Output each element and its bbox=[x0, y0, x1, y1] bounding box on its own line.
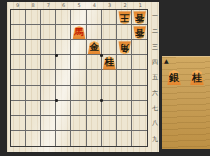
board-square-3三[interactable] bbox=[102, 40, 117, 55]
board-square-9九[interactable] bbox=[11, 131, 26, 146]
rank-labels: 一二三四五六七八九 bbox=[151, 9, 159, 147]
board-square-5七[interactable] bbox=[71, 101, 86, 116]
hoshi-dot bbox=[100, 99, 103, 102]
board-square-9六[interactable] bbox=[11, 86, 26, 101]
board-square-2七[interactable] bbox=[117, 101, 132, 116]
rank-label: 五 bbox=[151, 70, 159, 85]
board-square-3七[interactable] bbox=[102, 101, 117, 116]
board-square-8三[interactable] bbox=[26, 40, 41, 55]
board-square-2八[interactable] bbox=[117, 116, 132, 131]
board-square-9八[interactable] bbox=[11, 116, 26, 131]
board-square-8八[interactable] bbox=[26, 116, 41, 131]
board-square-8二[interactable] bbox=[26, 25, 41, 40]
board-square-8一[interactable] bbox=[26, 10, 41, 25]
rank-label: 九 bbox=[151, 132, 159, 147]
board-square-4四[interactable] bbox=[87, 55, 102, 70]
board-square-1六[interactable] bbox=[132, 86, 147, 101]
rank-label: 四 bbox=[151, 55, 159, 70]
board-square-8九[interactable] bbox=[26, 131, 41, 146]
board-square-1三[interactable] bbox=[132, 40, 147, 55]
board-square-6二[interactable] bbox=[56, 25, 71, 40]
board-square-6一[interactable] bbox=[56, 10, 71, 25]
board-square-3一[interactable] bbox=[102, 10, 117, 25]
file-label: 1 bbox=[133, 2, 148, 9]
board-square-9二[interactable] bbox=[11, 25, 26, 40]
hand-piece-桂[interactable]: 桂 bbox=[190, 70, 204, 85]
board-square-6四[interactable] bbox=[56, 55, 71, 70]
file-label: 6 bbox=[56, 2, 71, 9]
board-square-7二[interactable] bbox=[41, 25, 56, 40]
board-square-5一[interactable] bbox=[71, 10, 86, 25]
board-square-8五[interactable] bbox=[26, 70, 41, 85]
board-square-8四[interactable] bbox=[26, 55, 41, 70]
rank-label: 八 bbox=[151, 116, 159, 131]
board-square-2五[interactable] bbox=[117, 70, 132, 85]
board-square-9四[interactable] bbox=[11, 55, 26, 70]
board-square-6七[interactable] bbox=[56, 101, 71, 116]
board-square-5九[interactable] bbox=[71, 131, 86, 146]
board-square-3八[interactable] bbox=[102, 116, 117, 131]
board-square-5四[interactable] bbox=[71, 55, 86, 70]
rank-label: 三 bbox=[151, 40, 159, 55]
board-square-5五[interactable] bbox=[71, 70, 86, 85]
file-label: 9 bbox=[10, 2, 25, 9]
board-square-7四[interactable] bbox=[41, 55, 56, 70]
board-square-1四[interactable] bbox=[132, 55, 147, 70]
board-square-4一[interactable] bbox=[87, 10, 102, 25]
board-square-4七[interactable] bbox=[87, 101, 102, 116]
board-square-6八[interactable] bbox=[56, 116, 71, 131]
shogi-app: { "game": "shogi", "position": { "sfen":… bbox=[0, 0, 210, 156]
rank-label: 一 bbox=[151, 9, 159, 24]
board-square-9七[interactable] bbox=[11, 101, 26, 116]
board-square-9三[interactable] bbox=[11, 40, 26, 55]
file-label: 7 bbox=[41, 2, 56, 9]
board-square-3五[interactable] bbox=[102, 70, 117, 85]
file-labels: 987654321 bbox=[10, 2, 148, 9]
board-square-7七[interactable] bbox=[41, 101, 56, 116]
board-square-6三[interactable] bbox=[56, 40, 71, 55]
rank-label: 二 bbox=[151, 24, 159, 39]
board-square-1七[interactable] bbox=[132, 101, 147, 116]
rank-label: 六 bbox=[151, 86, 159, 101]
board-square-5六[interactable] bbox=[71, 86, 86, 101]
board-square-6九[interactable] bbox=[56, 131, 71, 146]
board-square-2四[interactable] bbox=[117, 55, 132, 70]
hand-piece-銀[interactable]: 銀 bbox=[167, 70, 181, 85]
board-square-6六[interactable] bbox=[56, 86, 71, 101]
board-square-3六[interactable] bbox=[102, 86, 117, 101]
file-label: 2 bbox=[117, 2, 132, 9]
file-label: 3 bbox=[102, 2, 117, 9]
board-square-7九[interactable] bbox=[41, 131, 56, 146]
board-square-2九[interactable] bbox=[117, 131, 132, 146]
board-square-2六[interactable] bbox=[117, 86, 132, 101]
board-square-2二[interactable] bbox=[117, 25, 132, 40]
shogi-board-panel: 987654321 一二三四五六七八九 王香馬香金角桂 bbox=[7, 2, 159, 152]
board-square-7六[interactable] bbox=[41, 86, 56, 101]
rank-label: 七 bbox=[151, 101, 159, 116]
board-square-5八[interactable] bbox=[71, 116, 86, 131]
board-square-6五[interactable] bbox=[56, 70, 71, 85]
hoshi-dot bbox=[55, 54, 58, 57]
board-square-9一[interactable] bbox=[11, 10, 26, 25]
board-square-8七[interactable] bbox=[26, 101, 41, 116]
board-square-1八[interactable] bbox=[132, 116, 147, 131]
board-square-3二[interactable] bbox=[102, 25, 117, 40]
board-square-7三[interactable] bbox=[41, 40, 56, 55]
file-label: 4 bbox=[87, 2, 102, 9]
board-square-4五[interactable] bbox=[87, 70, 102, 85]
board-square-1九[interactable] bbox=[132, 131, 147, 146]
board-square-5三[interactable] bbox=[71, 40, 86, 55]
board-square-3九[interactable] bbox=[102, 131, 117, 146]
board-square-8六[interactable] bbox=[26, 86, 41, 101]
board-square-4八[interactable] bbox=[87, 116, 102, 131]
board-square-1五[interactable] bbox=[132, 70, 147, 85]
hoshi-dot bbox=[100, 54, 103, 57]
board-square-4九[interactable] bbox=[87, 131, 102, 146]
hoshi-dot bbox=[55, 99, 58, 102]
board-square-4二[interactable] bbox=[87, 25, 102, 40]
komadai-sente: ▲ 銀桂 bbox=[162, 56, 210, 149]
sente-marker: ▲ bbox=[164, 57, 169, 65]
board-square-7五[interactable] bbox=[41, 70, 56, 85]
file-label: 5 bbox=[71, 2, 86, 9]
board-square-7一[interactable] bbox=[41, 10, 56, 25]
file-label: 8 bbox=[25, 2, 40, 9]
board-square-7八[interactable] bbox=[41, 116, 56, 131]
board-square-9五[interactable] bbox=[11, 70, 26, 85]
board-square-4六[interactable] bbox=[87, 86, 102, 101]
